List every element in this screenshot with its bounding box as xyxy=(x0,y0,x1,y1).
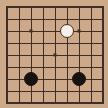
star-point-g7 xyxy=(78,30,81,33)
go-board[interactable] xyxy=(0,0,108,108)
grid-line-vertical xyxy=(79,7,80,104)
grid-line-horizontal xyxy=(7,79,104,80)
black-stone-g3 xyxy=(72,72,86,86)
white-stone-f7 xyxy=(60,24,74,38)
grid-line-vertical xyxy=(91,7,92,104)
grid-line-horizontal xyxy=(7,91,104,92)
star-point-e5 xyxy=(54,54,57,57)
grid-line-vertical xyxy=(67,7,68,104)
star-point-c7 xyxy=(30,30,33,33)
black-stone-c3 xyxy=(24,72,38,86)
grid-line-horizontal xyxy=(7,67,104,68)
